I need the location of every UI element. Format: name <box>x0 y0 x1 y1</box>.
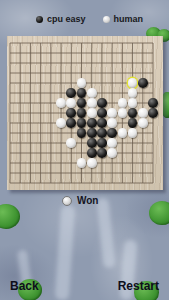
white-stone <box>66 138 76 148</box>
white-stone <box>128 98 138 108</box>
white-stone <box>87 98 97 108</box>
white-stone <box>107 138 117 148</box>
black-stone <box>77 118 87 128</box>
black-stone <box>128 118 138 128</box>
human-label: human <box>114 14 144 24</box>
white-stone <box>118 128 128 138</box>
black-stone-icon <box>36 16 43 23</box>
white-stone <box>66 98 76 108</box>
white-stone <box>87 158 97 168</box>
winner-stone-icon <box>62 196 72 206</box>
white-stone <box>56 118 66 128</box>
black-stone <box>77 98 87 108</box>
white-stone <box>118 108 128 118</box>
white-stone <box>107 118 117 128</box>
black-stone <box>87 138 97 148</box>
white-stone <box>128 88 138 98</box>
app-screen: cpu easy human Won Back Restart <box>0 0 169 300</box>
black-stone <box>107 128 117 138</box>
restart-button[interactable]: Restart <box>114 277 163 295</box>
white-stone <box>107 148 117 158</box>
water-reflection <box>96 198 115 269</box>
black-stone <box>87 128 97 138</box>
black-stone <box>66 118 76 128</box>
black-stone <box>128 108 138 118</box>
black-stone <box>77 128 87 138</box>
black-stone <box>97 108 107 118</box>
black-stone <box>77 108 87 118</box>
black-stone <box>148 108 158 118</box>
black-stone <box>138 78 148 88</box>
black-stone <box>97 118 107 128</box>
white-stone <box>87 88 97 98</box>
back-button[interactable]: Back <box>6 277 43 295</box>
white-stone <box>107 108 117 118</box>
lily-pad <box>0 204 20 229</box>
black-stone <box>148 98 158 108</box>
black-stone <box>97 128 107 138</box>
white-stone <box>118 98 128 108</box>
white-stone <box>56 98 66 108</box>
white-stone <box>138 118 148 128</box>
black-stone <box>87 118 97 128</box>
white-stone-icon <box>103 16 110 23</box>
white-stone <box>77 158 87 168</box>
black-stone <box>97 138 107 148</box>
water-reflection <box>55 205 76 300</box>
status-row: Won <box>62 195 98 206</box>
black-stone <box>77 88 87 98</box>
black-stone <box>87 148 97 158</box>
lily-pad <box>149 201 169 225</box>
white-stone <box>77 78 87 88</box>
black-stone <box>66 108 76 118</box>
black-stone <box>66 88 76 98</box>
white-stone <box>138 108 148 118</box>
black-stone <box>97 98 107 108</box>
black-stone <box>97 148 107 158</box>
white-stone-last-move <box>128 78 138 88</box>
game-board[interactable] <box>7 36 163 190</box>
legend: cpu easy human <box>36 14 153 24</box>
won-label: Won <box>77 195 98 206</box>
white-stone <box>87 108 97 118</box>
cpu-easy-label: cpu easy <box>47 14 86 24</box>
white-stone <box>128 128 138 138</box>
